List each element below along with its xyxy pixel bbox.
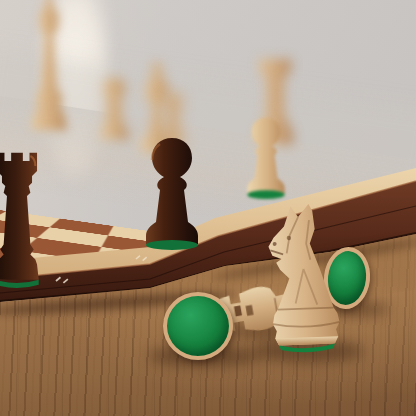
felt-under-dark-rook [0,280,39,288]
green-felt-base-large [163,292,233,360]
chess-photo-scene [0,0,416,416]
dark-rook-on-board [0,146,46,288]
felt-under-dark-pawn [146,240,198,250]
light-pawn-on-board [243,114,289,202]
white-knight-foreground [254,197,350,360]
felt-under-light-pawn [247,190,284,199]
dark-pawn-on-board [140,134,204,254]
